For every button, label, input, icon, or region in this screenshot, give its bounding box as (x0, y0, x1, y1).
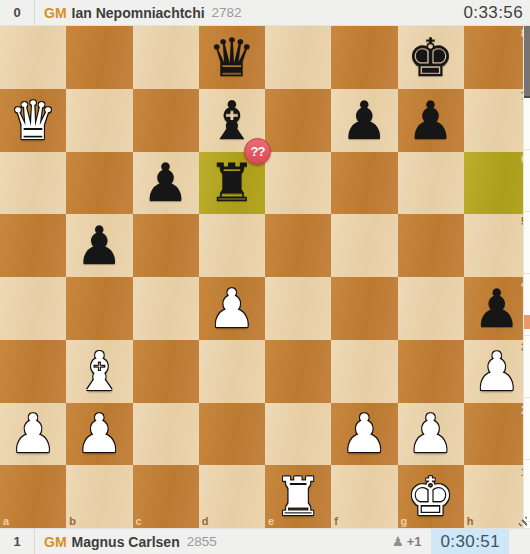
player-rating-bottom: 2855 (187, 534, 217, 549)
square-a2[interactable]: ♟ (0, 403, 66, 466)
player-index-bottom: 1 (0, 529, 35, 554)
file-label-c: c (136, 516, 142, 527)
player-name-bottom[interactable]: Magnus Carlsen (72, 534, 180, 550)
square-d4[interactable]: ♟ (199, 277, 265, 340)
square-e6[interactable] (265, 152, 331, 215)
square-f5[interactable] (331, 214, 397, 277)
square-h6[interactable]: 6 (464, 152, 530, 215)
square-h3[interactable]: 3♟ (464, 340, 530, 403)
scrollbar-highlight-mark (524, 315, 530, 329)
square-a6[interactable] (0, 152, 66, 215)
square-c2[interactable] (133, 403, 199, 466)
square-h2[interactable]: 2 (464, 403, 530, 466)
square-c7[interactable] (133, 89, 199, 152)
square-e7[interactable] (265, 89, 331, 152)
square-h7[interactable]: 7 (464, 89, 530, 152)
white-pawn-g2[interactable]: ♟ (398, 403, 464, 466)
clock-top: 0:33:56 (456, 3, 530, 23)
square-a3[interactable] (0, 340, 66, 403)
white-king-g1[interactable]: ♚ (398, 465, 464, 528)
player-rating-top: 2782 (212, 5, 242, 20)
square-e8[interactable] (265, 26, 331, 89)
square-f1[interactable]: f (331, 465, 397, 528)
white-pawn-f2[interactable]: ♟ (331, 403, 397, 466)
black-pawn-f7[interactable]: ♟ (331, 89, 397, 152)
blunder-glyph: ?? (251, 144, 265, 159)
square-f3[interactable] (331, 340, 397, 403)
square-h1[interactable]: 1h (464, 465, 530, 528)
square-c3[interactable] (133, 340, 199, 403)
square-a1[interactable]: a (0, 465, 66, 528)
player-title-bottom: GM (44, 534, 67, 550)
square-h5[interactable]: 5 (464, 214, 530, 277)
pawn-icon: ♟ (392, 534, 404, 549)
player-title-top: GM (44, 5, 67, 21)
move-list-scrollbar[interactable] (523, 26, 530, 528)
square-b8[interactable] (66, 26, 132, 89)
square-f6[interactable] (331, 152, 397, 215)
square-g1[interactable]: g♚ (398, 465, 464, 528)
square-d8[interactable]: ♛ (199, 26, 265, 89)
square-a5[interactable] (0, 214, 66, 277)
square-f7[interactable]: ♟ (331, 89, 397, 152)
square-d3[interactable] (199, 340, 265, 403)
white-rook-e1[interactable]: ♜ (265, 465, 331, 528)
black-pawn-b5[interactable]: ♟ (66, 214, 132, 277)
square-g2[interactable]: ♟ (398, 403, 464, 466)
white-queen-a7[interactable]: ♛ (0, 89, 66, 152)
square-g5[interactable] (398, 214, 464, 277)
square-d5[interactable] (199, 214, 265, 277)
square-a8[interactable] (0, 26, 66, 89)
blunder-annotation-badge: ?? (244, 138, 271, 165)
square-c5[interactable] (133, 214, 199, 277)
square-h4[interactable]: 4♟ (464, 277, 530, 340)
player-name-top[interactable]: Ian Nepomniachtchi (72, 5, 205, 21)
analysis-app: 0 GM Ian Nepomniachtchi 2782 0:33:56 ♛♚8… (0, 0, 530, 554)
black-pawn-g7[interactable]: ♟ (398, 89, 464, 152)
square-b7[interactable] (66, 89, 132, 152)
clock-bottom: 0:30:51 (431, 529, 509, 554)
black-king-g8[interactable]: ♚ (398, 26, 464, 89)
square-g3[interactable] (398, 340, 464, 403)
square-g6[interactable] (398, 152, 464, 215)
square-c6[interactable]: ♟ (133, 152, 199, 215)
square-h8[interactable]: 8 (464, 26, 530, 89)
square-c4[interactable] (133, 277, 199, 340)
square-e5[interactable] (265, 214, 331, 277)
square-g4[interactable] (398, 277, 464, 340)
file-label-h: h (467, 516, 474, 527)
square-b1[interactable]: b (66, 465, 132, 528)
square-b2[interactable]: ♟ (66, 403, 132, 466)
white-bishop-b3[interactable]: ♝ (66, 340, 132, 403)
player-bar-bottom: 1 GM Magnus Carlsen 2855 ♟ +1 0:30:51 (0, 528, 530, 554)
black-queen-d8[interactable]: ♛ (199, 26, 265, 89)
white-pawn-d4[interactable]: ♟ (199, 277, 265, 340)
square-b6[interactable] (66, 152, 132, 215)
material-eval: ♟ +1 (392, 534, 421, 549)
square-a4[interactable] (0, 277, 66, 340)
black-pawn-h4[interactable]: ♟ (464, 277, 530, 340)
file-label-b: b (69, 516, 76, 527)
player-index-top: 0 (0, 0, 35, 25)
square-f8[interactable] (331, 26, 397, 89)
square-e3[interactable] (265, 340, 331, 403)
square-c1[interactable]: c (133, 465, 199, 528)
square-d2[interactable] (199, 403, 265, 466)
file-label-f: f (334, 516, 338, 527)
square-b4[interactable] (66, 277, 132, 340)
material-eval-value: +1 (407, 534, 422, 549)
square-b5[interactable]: ♟ (66, 214, 132, 277)
chess-board[interactable]: ♛♚8♛♝♟♟7♟♜6♟5♟4♟♝3♟♟♟♟♟2abcde♜fg♚1h (0, 26, 530, 528)
square-b3[interactable]: ♝ (66, 340, 132, 403)
player-bar-top: 0 GM Ian Nepomniachtchi 2782 0:33:56 (0, 0, 530, 26)
white-pawn-b2[interactable]: ♟ (66, 403, 132, 466)
white-pawn-a2[interactable]: ♟ (0, 403, 66, 466)
square-g7[interactable]: ♟ (398, 89, 464, 152)
file-label-d: d (202, 516, 209, 527)
square-e4[interactable] (265, 277, 331, 340)
square-f2[interactable]: ♟ (331, 403, 397, 466)
black-pawn-c6[interactable]: ♟ (133, 152, 199, 215)
square-a7[interactable]: ♛ (0, 89, 66, 152)
square-f4[interactable] (331, 277, 397, 340)
square-c8[interactable] (133, 26, 199, 89)
square-g8[interactable]: ♚ (398, 26, 464, 89)
square-e1[interactable]: e♜ (265, 465, 331, 528)
file-label-a: a (3, 516, 9, 527)
square-d1[interactable]: d (199, 465, 265, 528)
scrollbar-thumb[interactable] (524, 26, 530, 98)
square-e2[interactable] (265, 403, 331, 466)
white-pawn-h3[interactable]: ♟ (464, 340, 530, 403)
